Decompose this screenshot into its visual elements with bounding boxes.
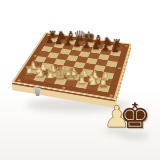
brass-screw-icon <box>17 79 21 81</box>
brass-screw-icon <box>125 45 128 47</box>
brass-screw-icon <box>118 67 121 69</box>
product-photo: ♜♞♝♛♚♝♞♜♟♟♟♟♟♟♟♟♟♟♟♟♟♟♟♟♜♞♝♛♚♝♞♜ ♟ ♚ <box>0 0 160 160</box>
square-h1 <box>97 84 110 92</box>
spare-black-king: ♚ <box>117 99 153 134</box>
metal-clasp-icon <box>33 87 41 97</box>
board-scene: ♜♞♝♛♚♝♞♜♟♟♟♟♟♟♟♟♟♟♟♟♟♟♟♟♜♞♝♛♚♝♞♜ <box>0 0 160 160</box>
square-c5 <box>57 54 69 61</box>
brass-screw-icon <box>62 87 66 89</box>
brass-screw-icon <box>109 94 112 96</box>
square-b5 <box>47 52 59 59</box>
